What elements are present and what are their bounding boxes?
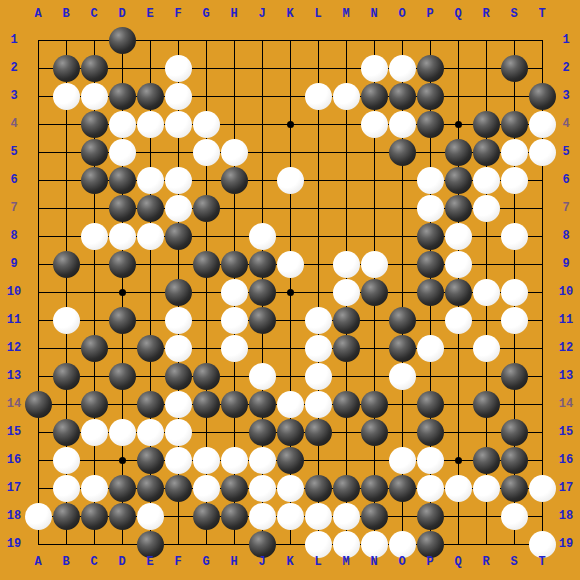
white-stone xyxy=(361,531,388,558)
black-stone xyxy=(473,391,500,418)
column-label: L xyxy=(304,3,332,25)
black-stone xyxy=(501,363,528,390)
star-point xyxy=(455,121,462,128)
black-stone xyxy=(389,139,416,166)
black-stone xyxy=(137,447,164,474)
white-stone xyxy=(501,279,528,306)
column-label: G xyxy=(192,3,220,25)
black-stone xyxy=(333,475,360,502)
white-stone xyxy=(417,167,444,194)
black-stone xyxy=(417,55,444,82)
white-stone xyxy=(305,531,332,558)
column-label: O xyxy=(388,3,416,25)
black-stone xyxy=(417,111,444,138)
star-point xyxy=(119,457,126,464)
white-stone xyxy=(501,307,528,334)
black-stone xyxy=(109,167,136,194)
column-label: N xyxy=(360,3,388,25)
white-stone xyxy=(445,307,472,334)
black-stone xyxy=(25,391,52,418)
black-stone xyxy=(361,83,388,110)
white-stone xyxy=(221,139,248,166)
white-stone xyxy=(81,419,108,446)
white-stone xyxy=(165,419,192,446)
black-stone xyxy=(305,419,332,446)
black-stone xyxy=(81,503,108,530)
row-label: 4 xyxy=(553,113,579,135)
white-stone xyxy=(333,279,360,306)
white-stone xyxy=(305,503,332,530)
black-stone xyxy=(193,251,220,278)
black-stone xyxy=(501,475,528,502)
black-stone xyxy=(193,391,220,418)
row-label: 18 xyxy=(553,505,579,527)
row-label: 5 xyxy=(553,141,579,163)
black-stone xyxy=(53,419,80,446)
column-label: R xyxy=(472,3,500,25)
white-stone xyxy=(305,335,332,362)
white-stone xyxy=(165,111,192,138)
white-stone xyxy=(501,503,528,530)
white-stone xyxy=(109,111,136,138)
black-stone xyxy=(165,279,192,306)
black-stone xyxy=(109,27,136,54)
black-stone xyxy=(389,475,416,502)
goban[interactable] xyxy=(24,26,556,558)
row-label: 1 xyxy=(553,29,579,51)
white-stone xyxy=(137,167,164,194)
black-stone xyxy=(109,475,136,502)
column-label: M xyxy=(332,3,360,25)
black-stone xyxy=(333,335,360,362)
white-stone xyxy=(473,167,500,194)
star-point xyxy=(455,457,462,464)
black-stone xyxy=(165,363,192,390)
black-stone xyxy=(81,167,108,194)
white-stone xyxy=(193,447,220,474)
row-label: 13 xyxy=(553,365,579,387)
white-stone xyxy=(193,475,220,502)
white-stone xyxy=(137,111,164,138)
black-stone xyxy=(193,195,220,222)
star-point xyxy=(287,121,294,128)
black-stone xyxy=(81,139,108,166)
black-stone xyxy=(333,307,360,334)
white-stone xyxy=(53,83,80,110)
row-label: 6 xyxy=(553,169,579,191)
white-stone xyxy=(193,111,220,138)
white-stone xyxy=(501,167,528,194)
black-stone xyxy=(193,363,220,390)
black-stone xyxy=(137,195,164,222)
black-stone xyxy=(221,503,248,530)
white-stone xyxy=(249,363,276,390)
white-stone xyxy=(193,139,220,166)
black-stone xyxy=(109,503,136,530)
black-stone xyxy=(109,307,136,334)
row-label: 2 xyxy=(553,57,579,79)
white-stone xyxy=(529,139,556,166)
white-stone xyxy=(277,251,304,278)
white-stone xyxy=(137,223,164,250)
column-label: K xyxy=(276,3,304,25)
black-stone xyxy=(81,391,108,418)
black-stone xyxy=(249,531,276,558)
go-board-app: ABCDEFGHJKLMNOPQRST ABCDEFGHJKLMNOPQRST … xyxy=(0,0,580,580)
column-label: J xyxy=(248,3,276,25)
row-label: 11 xyxy=(553,309,579,331)
white-stone xyxy=(389,55,416,82)
black-stone xyxy=(445,167,472,194)
black-stone xyxy=(53,251,80,278)
row-label: 12 xyxy=(553,337,579,359)
white-stone xyxy=(333,503,360,530)
white-stone xyxy=(137,419,164,446)
column-label: Q xyxy=(444,3,472,25)
black-stone xyxy=(417,223,444,250)
white-stone xyxy=(361,111,388,138)
black-stone xyxy=(445,139,472,166)
row-label: 9 xyxy=(553,253,579,275)
black-stone xyxy=(137,83,164,110)
white-stone xyxy=(473,279,500,306)
row-label: 15 xyxy=(553,421,579,443)
black-stone xyxy=(137,335,164,362)
white-stone xyxy=(165,83,192,110)
black-stone xyxy=(109,363,136,390)
white-stone xyxy=(361,251,388,278)
row-label: 14 xyxy=(553,393,579,415)
white-stone xyxy=(305,307,332,334)
white-stone xyxy=(277,167,304,194)
black-stone xyxy=(473,447,500,474)
black-stone xyxy=(249,419,276,446)
white-stone xyxy=(165,55,192,82)
white-stone xyxy=(529,531,556,558)
white-stone xyxy=(333,251,360,278)
black-stone xyxy=(529,83,556,110)
black-stone xyxy=(249,307,276,334)
white-stone xyxy=(221,335,248,362)
white-stone xyxy=(305,363,332,390)
row-label: 3 xyxy=(553,85,579,107)
white-stone xyxy=(361,55,388,82)
white-stone xyxy=(277,475,304,502)
black-stone xyxy=(473,139,500,166)
column-label: F xyxy=(164,3,192,25)
white-stone xyxy=(221,447,248,474)
black-stone xyxy=(109,83,136,110)
black-stone xyxy=(277,419,304,446)
black-stone xyxy=(445,279,472,306)
black-stone xyxy=(417,531,444,558)
white-stone xyxy=(389,447,416,474)
white-stone xyxy=(53,447,80,474)
black-stone xyxy=(137,391,164,418)
black-stone xyxy=(361,503,388,530)
black-stone xyxy=(165,223,192,250)
white-stone xyxy=(305,391,332,418)
white-stone xyxy=(473,335,500,362)
white-stone xyxy=(137,503,164,530)
white-stone xyxy=(25,503,52,530)
column-label: S xyxy=(500,3,528,25)
black-stone xyxy=(417,279,444,306)
black-stone xyxy=(221,475,248,502)
black-stone xyxy=(165,475,192,502)
white-stone xyxy=(109,223,136,250)
row-label: 17 xyxy=(553,477,579,499)
black-stone xyxy=(277,447,304,474)
white-stone xyxy=(81,223,108,250)
white-stone xyxy=(417,195,444,222)
column-label: E xyxy=(136,3,164,25)
black-stone xyxy=(389,307,416,334)
black-stone xyxy=(221,251,248,278)
white-stone xyxy=(305,83,332,110)
black-stone xyxy=(389,83,416,110)
white-stone xyxy=(445,475,472,502)
row-label: 19 xyxy=(553,533,579,555)
column-label: A xyxy=(24,3,52,25)
white-stone xyxy=(389,531,416,558)
white-stone xyxy=(473,475,500,502)
white-stone xyxy=(165,447,192,474)
black-stone xyxy=(137,531,164,558)
black-stone xyxy=(501,111,528,138)
black-stone xyxy=(473,111,500,138)
column-label: C xyxy=(80,3,108,25)
white-stone xyxy=(529,475,556,502)
row-label: 10 xyxy=(553,281,579,303)
white-stone xyxy=(389,111,416,138)
column-label: D xyxy=(108,3,136,25)
column-label: H xyxy=(220,3,248,25)
black-stone xyxy=(193,503,220,530)
black-stone xyxy=(249,251,276,278)
column-label: T xyxy=(528,3,556,25)
white-stone xyxy=(333,83,360,110)
white-stone xyxy=(165,307,192,334)
black-stone xyxy=(249,391,276,418)
white-stone xyxy=(249,503,276,530)
white-stone xyxy=(417,475,444,502)
column-label: B xyxy=(52,3,80,25)
black-stone xyxy=(417,391,444,418)
black-stone xyxy=(81,55,108,82)
column-label: P xyxy=(416,3,444,25)
white-stone xyxy=(221,279,248,306)
black-stone xyxy=(417,419,444,446)
white-stone xyxy=(445,251,472,278)
white-stone xyxy=(165,391,192,418)
black-stone xyxy=(333,391,360,418)
white-stone xyxy=(473,195,500,222)
white-stone xyxy=(249,447,276,474)
black-stone xyxy=(53,55,80,82)
white-stone xyxy=(529,111,556,138)
black-stone xyxy=(137,475,164,502)
black-stone xyxy=(361,391,388,418)
black-stone xyxy=(417,83,444,110)
black-stone xyxy=(109,251,136,278)
black-stone xyxy=(81,111,108,138)
white-stone xyxy=(165,335,192,362)
black-stone xyxy=(501,419,528,446)
white-stone xyxy=(417,335,444,362)
white-stone xyxy=(165,195,192,222)
row-label: 16 xyxy=(553,449,579,471)
white-stone xyxy=(333,531,360,558)
black-stone xyxy=(417,251,444,278)
white-stone xyxy=(53,307,80,334)
black-stone xyxy=(53,363,80,390)
white-stone xyxy=(501,223,528,250)
white-stone xyxy=(445,223,472,250)
white-stone xyxy=(165,167,192,194)
white-stone xyxy=(53,475,80,502)
white-stone xyxy=(277,503,304,530)
black-stone xyxy=(389,335,416,362)
black-stone xyxy=(81,335,108,362)
black-stone xyxy=(109,195,136,222)
black-stone xyxy=(501,447,528,474)
star-point xyxy=(119,289,126,296)
row-label: 8 xyxy=(553,225,579,247)
black-stone xyxy=(53,503,80,530)
white-stone xyxy=(249,475,276,502)
star-point xyxy=(287,289,294,296)
white-stone xyxy=(417,447,444,474)
white-stone xyxy=(109,419,136,446)
white-stone xyxy=(109,139,136,166)
black-stone xyxy=(221,167,248,194)
black-stone xyxy=(361,419,388,446)
row-label: 7 xyxy=(553,197,579,219)
black-stone xyxy=(361,475,388,502)
white-stone xyxy=(277,391,304,418)
black-stone xyxy=(445,195,472,222)
white-stone xyxy=(389,363,416,390)
black-stone xyxy=(501,55,528,82)
white-stone xyxy=(249,223,276,250)
white-stone xyxy=(81,83,108,110)
black-stone xyxy=(249,279,276,306)
black-stone xyxy=(361,279,388,306)
white-stone xyxy=(501,139,528,166)
black-stone xyxy=(221,391,248,418)
white-stone xyxy=(221,307,248,334)
black-stone xyxy=(417,503,444,530)
white-stone xyxy=(81,475,108,502)
black-stone xyxy=(305,475,332,502)
